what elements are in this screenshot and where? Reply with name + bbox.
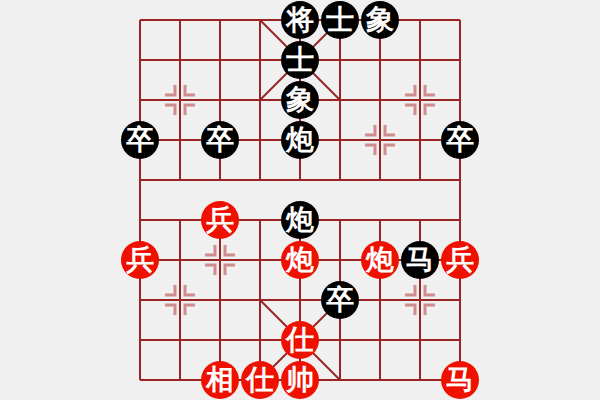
piece-black-soldier[interactable]: 卒 bbox=[321, 281, 359, 319]
piece-red-soldier[interactable]: 兵 bbox=[441, 241, 479, 279]
piece-black-cannon[interactable]: 炮 bbox=[281, 201, 319, 239]
piece-red-soldier[interactable]: 兵 bbox=[201, 201, 239, 239]
piece-black-soldier[interactable]: 卒 bbox=[121, 121, 159, 159]
xiangqi-board: 将士象士象卒卒炮卒兵炮兵炮炮马兵卒仕相仕帅马 bbox=[0, 0, 600, 400]
piece-black-advisor[interactable]: 士 bbox=[281, 41, 319, 79]
piece-red-advisor[interactable]: 仕 bbox=[281, 321, 319, 359]
piece-red-cannon[interactable]: 炮 bbox=[361, 241, 399, 279]
piece-black-elephant[interactable]: 象 bbox=[281, 81, 319, 119]
pieces-layer: 将士象士象卒卒炮卒兵炮兵炮炮马兵卒仕相仕帅马 bbox=[120, 0, 480, 400]
piece-red-soldier[interactable]: 兵 bbox=[121, 241, 159, 279]
piece-black-general[interactable]: 将 bbox=[281, 1, 319, 39]
piece-red-elephant[interactable]: 相 bbox=[201, 361, 239, 399]
piece-black-elephant[interactable]: 象 bbox=[361, 1, 399, 39]
piece-black-soldier[interactable]: 卒 bbox=[201, 121, 239, 159]
piece-black-advisor[interactable]: 士 bbox=[321, 1, 359, 39]
piece-red-horse[interactable]: 马 bbox=[441, 361, 479, 399]
piece-red-general[interactable]: 帅 bbox=[281, 361, 319, 399]
piece-black-soldier[interactable]: 卒 bbox=[441, 121, 479, 159]
piece-black-cannon[interactable]: 炮 bbox=[281, 121, 319, 159]
piece-red-advisor[interactable]: 仕 bbox=[241, 361, 279, 399]
piece-black-horse[interactable]: 马 bbox=[401, 241, 439, 279]
piece-red-cannon[interactable]: 炮 bbox=[281, 241, 319, 279]
